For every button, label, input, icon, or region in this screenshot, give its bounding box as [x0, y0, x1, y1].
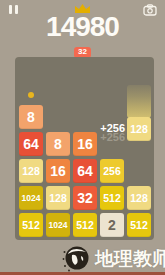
game-screen: 14980 32 8648161281664256102412832512128…: [0, 0, 165, 275]
tile-128: 128: [127, 186, 151, 210]
merge-particle-dot: [28, 92, 34, 98]
tile-2: 2: [100, 213, 124, 237]
tile-512: 512: [19, 213, 43, 237]
watermark: 地理教师: [0, 244, 165, 273]
globe-logo-icon: [62, 245, 90, 273]
tile-128: 128: [19, 159, 43, 183]
falling-tile-trail: [127, 85, 151, 118]
tile-128: 128: [46, 186, 70, 210]
game-board[interactable]: 8648161281664256102412832512128512102451…: [15, 57, 154, 240]
score-popup-ghost: +256: [15, 132, 125, 142]
tile-32: 32: [73, 186, 97, 210]
next-tile-badge: 32: [0, 40, 165, 58]
tile-1024: 1024: [19, 186, 43, 210]
tile-256: 256: [100, 159, 124, 183]
tile-512: 512: [127, 213, 151, 237]
tile-512: 512: [73, 213, 97, 237]
tile-16: 16: [46, 159, 70, 183]
tile-512: 512: [100, 186, 124, 210]
tile-64: 64: [73, 159, 97, 183]
score-value: 14980: [0, 11, 165, 43]
tile-1024: 1024: [46, 213, 70, 237]
watermark-text: 地理教师: [95, 246, 165, 272]
tile-128: 128: [127, 117, 151, 141]
